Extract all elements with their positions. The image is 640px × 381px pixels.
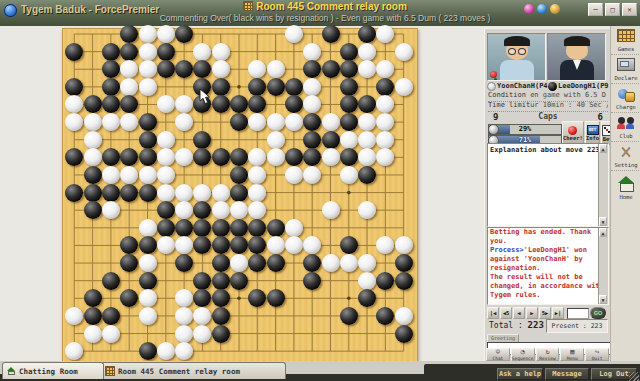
- black-stone: [358, 25, 376, 43]
- white-stone: [139, 289, 157, 307]
- bottom-bar: Ask a help Message Log Out Chatting Room…: [0, 361, 640, 381]
- message-line: you.: [488, 237, 608, 246]
- goban-icon: [617, 29, 635, 42]
- bet-info-icon: BET: [587, 125, 599, 135]
- sequence-icon: ◔: [521, 349, 525, 356]
- white-stone: [267, 113, 285, 131]
- white-stone: [395, 43, 413, 61]
- black-stone: [322, 60, 340, 78]
- titlebar-tray-icons: [524, 4, 560, 14]
- black-stone: [193, 272, 211, 290]
- review-button[interactable]: ↻Review: [536, 348, 560, 361]
- status-strip-right: Ask a help Message Log Out: [424, 364, 640, 381]
- scroll-down-icon[interactable]: ▼: [599, 295, 607, 304]
- black-stone: [84, 289, 102, 307]
- white-stone: [267, 236, 285, 254]
- white-player-name: YoonChanH(P4: [497, 82, 548, 90]
- white-stone: [285, 25, 303, 43]
- white-stone-icon: [487, 82, 496, 91]
- black-stone: [193, 131, 211, 149]
- white-bet-bar: 29%: [488, 124, 562, 135]
- black-stone: [102, 184, 120, 202]
- tab-chatting-room[interactable]: Chatting Room: [2, 362, 104, 379]
- black-stone: [84, 184, 102, 202]
- white-stone: [193, 184, 211, 202]
- black-stone: [358, 166, 376, 184]
- white-stone: [157, 131, 175, 149]
- black-stone: [139, 113, 157, 131]
- black-stone: [230, 272, 248, 290]
- tab-room-445[interactable]: Room 445 Comment relay room: [100, 362, 286, 379]
- menu-icon: ▤: [570, 349, 574, 356]
- scroll-up-icon[interactable]: ▲: [599, 228, 607, 237]
- right-icon-rail: Games Declare Charge Club Setting Home: [610, 26, 640, 361]
- white-stone: [267, 148, 285, 166]
- black-stone-icon: [548, 82, 557, 91]
- black-stone: [230, 166, 248, 184]
- black-stone: [139, 272, 157, 290]
- sequence-button[interactable]: ◔Sequence: [511, 348, 535, 361]
- bet-action-buttons: Cheer! BETInfo Bet: [562, 121, 609, 145]
- message-line: Process>'LeeDongH1' won: [488, 246, 608, 255]
- black-player-name: LeeDongH1(P9: [558, 82, 609, 90]
- white-stone: [139, 78, 157, 96]
- black-player-photo: [547, 33, 606, 81]
- white-stone: [303, 78, 321, 96]
- black-stone: [120, 184, 138, 202]
- white-stone: [358, 43, 376, 61]
- black-stone: [340, 78, 358, 96]
- rail-item-games[interactable]: Games: [611, 26, 640, 55]
- scroll-down-icon[interactable]: ▼: [599, 217, 607, 226]
- red-ball-icon: [568, 126, 577, 135]
- people-icon: [617, 116, 635, 129]
- black-stone: [395, 272, 413, 290]
- game-message-box[interactable]: Betting has ended. Thankyou. Process>'Le…: [487, 227, 609, 305]
- player-names-row: YoonChanH(P4 LeeDongH1(P9: [487, 81, 609, 91]
- move-explanation-box[interactable]: Explanation about move 223 ▲ ▼: [487, 143, 609, 227]
- rose-icon: [490, 71, 497, 78]
- black-player-face: [566, 41, 588, 60]
- black-stone: [157, 219, 175, 237]
- white-stone: [157, 342, 175, 360]
- scrollbar[interactable]: ▲ ▼: [598, 144, 608, 226]
- white-stone: [102, 325, 120, 343]
- black-stone: [139, 131, 157, 149]
- black-stone: [65, 184, 83, 202]
- white-stone: [84, 325, 102, 343]
- black-stone: [395, 325, 413, 343]
- total-moves: 223: [528, 320, 544, 330]
- ask-a-help-button[interactable]: Ask a help: [497, 368, 543, 380]
- black-stone: [102, 272, 120, 290]
- bet-info-button[interactable]: BETInfo: [585, 121, 600, 145]
- white-stone: [139, 60, 157, 78]
- scroll-up-icon[interactable]: ▲: [599, 144, 607, 153]
- message-line: resignation.: [488, 264, 608, 273]
- black-stone: [139, 148, 157, 166]
- white-stone: [212, 184, 230, 202]
- white-stone: [157, 184, 175, 202]
- message-line: Tygem rules.: [488, 291, 608, 300]
- goban-icon: [105, 366, 115, 376]
- message-line: Betting has ended. Thank: [488, 228, 608, 237]
- black-stone: [102, 60, 120, 78]
- black-stone: [267, 219, 285, 237]
- white-stone: [322, 148, 340, 166]
- black-stone: [157, 201, 175, 219]
- black-stone: [230, 184, 248, 202]
- white-stone: [139, 219, 157, 237]
- rail-item-setting[interactable]: Setting: [611, 142, 640, 171]
- black-stone: [139, 184, 157, 202]
- rail-item-club[interactable]: Club: [611, 113, 640, 142]
- white-stone: [212, 201, 230, 219]
- white-stone: [285, 113, 303, 131]
- window-controls: ─ □ ✕: [588, 3, 637, 16]
- menu-button[interactable]: ▤Menu: [560, 348, 584, 361]
- white-stone: [376, 131, 394, 149]
- white-stone: [340, 131, 358, 149]
- rail-item-declare[interactable]: Declare: [611, 55, 640, 84]
- review-icon: ↻: [545, 349, 549, 356]
- white-player-photo: [487, 33, 546, 81]
- game-status-line: Commenting Over( black wins by resignati…: [130, 13, 520, 24]
- black-stone: [340, 307, 358, 325]
- black-stone: [84, 166, 102, 184]
- close-button[interactable]: ✕: [622, 3, 637, 16]
- white-player[interactable]: YoonChanH(P4: [487, 81, 548, 91]
- black-stone: [175, 25, 193, 43]
- white-stone: [102, 201, 120, 219]
- white-stone: [139, 307, 157, 325]
- tygem-client-window: Tygem Baduk - ForcePremier Room 445 Comm…: [0, 0, 640, 381]
- black-stone: [157, 43, 175, 61]
- white-stone: [139, 25, 157, 43]
- white-stone: [193, 43, 211, 61]
- room-title: Room 445 Comment relay room: [130, 1, 520, 13]
- black-stone: [212, 307, 230, 325]
- present-move-box: Present : 223: [546, 319, 608, 333]
- nav-forward5-button[interactable]: 5▶: [539, 307, 551, 319]
- message-line: The result will not be: [488, 273, 608, 282]
- black-stone: [340, 43, 358, 61]
- black-stone: [303, 272, 321, 290]
- panel-buttons-row: ☺Chat ◔Sequence ↻Review ▤Menu ↪Quit: [486, 348, 609, 361]
- white-stone: [139, 43, 157, 61]
- white-stone: [84, 148, 102, 166]
- greeting-area: Greeting: [487, 334, 607, 348]
- white-stone: [267, 60, 285, 78]
- pink-orb-icon[interactable]: [524, 4, 534, 14]
- black-stone: [139, 342, 157, 360]
- white-stone: [248, 184, 266, 202]
- white-stone: [212, 43, 230, 61]
- title-bar: Tygem Baduk - ForcePremier Room 445 Comm…: [0, 0, 640, 27]
- black-player[interactable]: LeeDongH1(P9: [548, 81, 609, 91]
- black-stone: [212, 219, 230, 237]
- time-limit-row: Time limitur 10min : 40 Sec /: [488, 101, 608, 112]
- black-stone: [267, 254, 285, 272]
- explanation-text: Explanation about move 223: [488, 144, 608, 157]
- maximize-button[interactable]: □: [605, 3, 620, 16]
- mouse-cursor-icon: [199, 89, 215, 105]
- white-stone: [303, 43, 321, 61]
- white-stone: [358, 272, 376, 290]
- black-stone: [65, 43, 83, 61]
- white-stone: [212, 60, 230, 78]
- goban-icon: [243, 1, 253, 11]
- nav-first-button[interactable]: |◀: [487, 307, 499, 319]
- rail-item-charge[interactable]: Charge: [611, 84, 640, 113]
- black-stone: [120, 43, 138, 61]
- black-stone: [212, 254, 230, 272]
- black-stone: [212, 148, 230, 166]
- black-stone: [84, 95, 102, 113]
- white-stone: [157, 25, 175, 43]
- app-logo-icon: [4, 4, 17, 17]
- message-button[interactable]: Message: [545, 368, 589, 380]
- resize-grip[interactable]: [629, 372, 639, 381]
- white-stone: [340, 166, 358, 184]
- black-stone: [376, 272, 394, 290]
- nav-back5-button[interactable]: ◀5: [500, 307, 512, 319]
- black-stone: [267, 289, 285, 307]
- white-stone: [102, 113, 120, 131]
- message-lines: Betting has ended. Thankyou. Process>'Le…: [488, 228, 608, 300]
- black-stone: [303, 131, 321, 149]
- black-stone: [175, 219, 193, 237]
- black-stone: [84, 201, 102, 219]
- move-number-input[interactable]: [567, 308, 589, 319]
- black-stone: [102, 307, 120, 325]
- house-icon: [617, 177, 635, 190]
- white-stone: [322, 201, 340, 219]
- black-stone: [102, 43, 120, 61]
- rail-item-home[interactable]: Home: [611, 174, 640, 202]
- white-stone: [322, 113, 340, 131]
- house-icon: [7, 367, 16, 375]
- tools-icon: [617, 145, 635, 158]
- white-stone: [175, 325, 193, 343]
- white-stone: [193, 325, 211, 343]
- coins-icon: [617, 87, 635, 100]
- quit-icon: ↪: [595, 349, 599, 356]
- white-stone: [120, 78, 138, 96]
- go-button[interactable]: GO: [590, 307, 606, 319]
- black-stone: [157, 60, 175, 78]
- black-stone: [322, 131, 340, 149]
- go-board[interactable]: [62, 28, 418, 363]
- room-header: Room 445 Comment relay room Commenting O…: [130, 1, 520, 24]
- tv-icon: [617, 58, 635, 71]
- white-stone: [395, 78, 413, 96]
- white-stone: [230, 254, 248, 272]
- black-stone: [267, 78, 285, 96]
- black-stone: [212, 272, 230, 290]
- white-stone: [285, 166, 303, 184]
- move-count-row: Total : 223 Present : 223: [489, 320, 608, 332]
- black-stone: [285, 78, 303, 96]
- black-stone: [212, 289, 230, 307]
- white-stone: [358, 131, 376, 149]
- white-captures: 9: [493, 112, 498, 122]
- black-stone: [212, 325, 230, 343]
- white-stone: [139, 254, 157, 272]
- blue-orb-icon[interactable]: [537, 4, 547, 14]
- minimize-button[interactable]: ─: [588, 3, 603, 16]
- nav-forward-button[interactable]: ▶: [526, 307, 538, 319]
- black-stone: [230, 113, 248, 131]
- message-line: against 'YoonChanH' by: [488, 255, 608, 264]
- white-stone: [102, 166, 120, 184]
- white-stone: [395, 307, 413, 325]
- white-stone: [139, 166, 157, 184]
- white-stone: [84, 131, 102, 149]
- black-stone: [248, 219, 266, 237]
- white-stone: [84, 113, 102, 131]
- message-line: changed, in accordance with: [488, 282, 608, 291]
- nav-back-button[interactable]: ◀: [513, 307, 525, 319]
- white-stone: [267, 131, 285, 149]
- white-stone: [175, 307, 193, 325]
- speaker-icon[interactable]: [550, 4, 560, 14]
- nav-last-button[interactable]: ▶|: [552, 307, 564, 319]
- white-stone: [285, 219, 303, 237]
- white-stone: [175, 184, 193, 202]
- black-stone: [322, 25, 340, 43]
- chat-button[interactable]: ☺Chat: [486, 348, 510, 361]
- black-stone: [230, 219, 248, 237]
- black-stone: [102, 78, 120, 96]
- black-stone: [340, 113, 358, 131]
- quit-button[interactable]: ↪Quit: [585, 348, 609, 361]
- black-stone: [139, 236, 157, 254]
- black-stone: [395, 254, 413, 272]
- scrollbar[interactable]: ▲ ▼: [598, 228, 608, 304]
- white-stone: [340, 254, 358, 272]
- white-stone: [322, 254, 340, 272]
- black-stone: [84, 307, 102, 325]
- cheer-button[interactable]: Cheer!: [562, 121, 584, 145]
- game-info-panel: YoonChanH(P4 LeeDongH1(P9 Condition en g…: [484, 28, 612, 363]
- chat-people-icon: ☺: [496, 349, 500, 356]
- white-stone: [157, 166, 175, 184]
- black-stone: [340, 60, 358, 78]
